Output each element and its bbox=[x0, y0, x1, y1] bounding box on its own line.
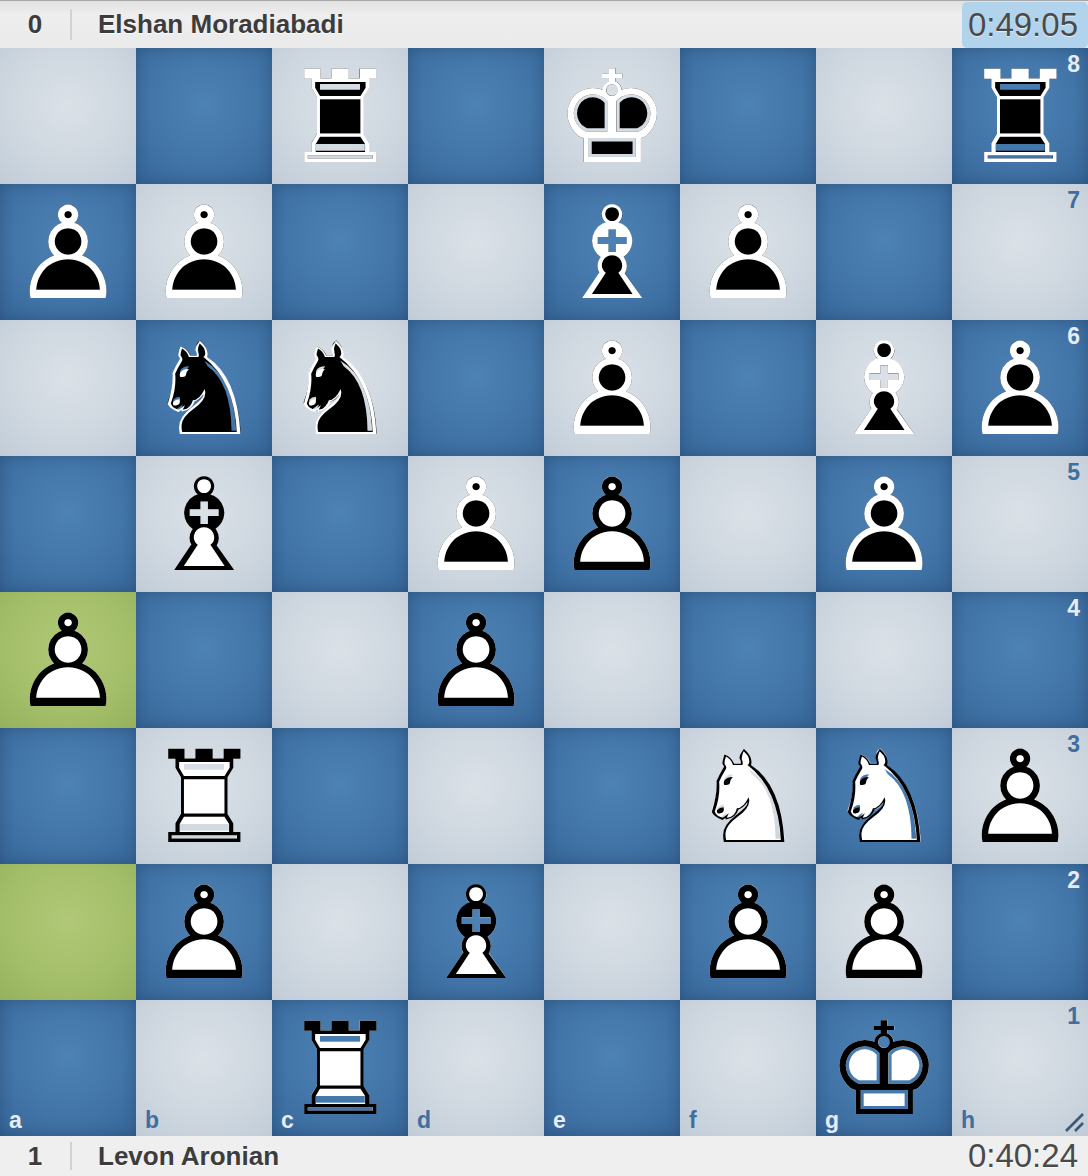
square-e7[interactable]: ♝♗ bbox=[544, 184, 680, 320]
square-b7[interactable]: ♟♙ bbox=[136, 184, 272, 320]
piece-glyph-outline: ♙ bbox=[0, 592, 136, 728]
square-g2[interactable]: ♟♙ bbox=[816, 864, 952, 1000]
file-label-e: e bbox=[553, 1107, 566, 1134]
square-f5[interactable] bbox=[680, 456, 816, 592]
piece-black-knight[interactable]: ♞♘ bbox=[272, 320, 408, 456]
piece-glyph-outline: ♙ bbox=[544, 320, 680, 456]
piece-glyph-outline: ♙ bbox=[816, 864, 952, 1000]
top-player-bar: 0 Elshan Moradiabadi 0:49:05 bbox=[0, 0, 1088, 48]
piece-black-pawn[interactable]: ♟♙ bbox=[408, 456, 544, 592]
piece-white-bishop[interactable]: ♝♗ bbox=[408, 864, 544, 1000]
piece-white-pawn[interactable]: ♟♙ bbox=[408, 592, 544, 728]
piece-glyph-outline: ♖ bbox=[136, 728, 272, 864]
square-g4[interactable] bbox=[816, 592, 952, 728]
piece-black-pawn[interactable]: ♟♙ bbox=[0, 184, 136, 320]
square-g6[interactable]: ♝♗ bbox=[816, 320, 952, 456]
bottom-player-clock: 0:40:24 bbox=[962, 1136, 1088, 1176]
square-d3[interactable] bbox=[408, 728, 544, 864]
rank-label-2: 2 bbox=[1067, 867, 1080, 894]
piece-glyph-outline: ♗ bbox=[816, 320, 952, 456]
piece-white-pawn[interactable]: ♟♙ bbox=[680, 864, 816, 1000]
piece-glyph-outline: ♔ bbox=[544, 48, 680, 184]
square-c1[interactable]: ♜♖c bbox=[272, 1000, 408, 1136]
chess-app-window: 0 Elshan Moradiabadi 0:49:05 ♜♖♚♔♜♖8♟♙♟♙… bbox=[0, 0, 1088, 1176]
file-label-b: b bbox=[145, 1107, 159, 1134]
piece-glyph-outline: ♖ bbox=[272, 48, 408, 184]
square-c5[interactable] bbox=[272, 456, 408, 592]
square-b1[interactable]: b bbox=[136, 1000, 272, 1136]
piece-glyph-outline: ♙ bbox=[816, 456, 952, 592]
square-b2[interactable]: ♟♙ bbox=[136, 864, 272, 1000]
piece-black-pawn[interactable]: ♟♙ bbox=[544, 320, 680, 456]
square-f1[interactable]: f bbox=[680, 1000, 816, 1136]
piece-glyph-outline: ♙ bbox=[680, 864, 816, 1000]
piece-black-pawn[interactable]: ♟♙ bbox=[680, 184, 816, 320]
square-a6[interactable] bbox=[0, 320, 136, 456]
rank-label-7: 7 bbox=[1067, 187, 1080, 214]
square-c6[interactable]: ♞♘ bbox=[272, 320, 408, 456]
square-e1[interactable]: e bbox=[544, 1000, 680, 1136]
square-c4[interactable] bbox=[272, 592, 408, 728]
chess-board: ♜♖♚♔♜♖8♟♙♟♙♝♗♟♙7♞♘♞♘♟♙♝♗♟♙6♝♗♟♙♟♙♟♙5♟♙♟♙… bbox=[0, 48, 1088, 1136]
top-player-score: 0 bbox=[0, 9, 70, 40]
bottom-player-bar: 1 Levon Aronian 0:40:24 bbox=[0, 1136, 1088, 1176]
square-f3[interactable]: ♞♘ bbox=[680, 728, 816, 864]
piece-white-rook[interactable]: ♜♖ bbox=[136, 728, 272, 864]
square-h5[interactable]: 5 bbox=[952, 456, 1088, 592]
square-b6[interactable]: ♞♘ bbox=[136, 320, 272, 456]
piece-white-bishop[interactable]: ♝♗ bbox=[136, 456, 272, 592]
piece-glyph-outline: ♗ bbox=[136, 456, 272, 592]
square-c3[interactable] bbox=[272, 728, 408, 864]
square-h4[interactable]: 4 bbox=[952, 592, 1088, 728]
piece-glyph-outline: ♘ bbox=[680, 728, 816, 864]
piece-white-knight[interactable]: ♞♘ bbox=[680, 728, 816, 864]
square-h2[interactable]: 2 bbox=[952, 864, 1088, 1000]
square-e3[interactable] bbox=[544, 728, 680, 864]
rank-label-3: 3 bbox=[1067, 731, 1080, 758]
square-g8[interactable] bbox=[816, 48, 952, 184]
rank-label-6: 6 bbox=[1067, 323, 1080, 350]
square-a1[interactable]: a bbox=[0, 1000, 136, 1136]
square-d4[interactable]: ♟♙ bbox=[408, 592, 544, 728]
piece-glyph-outline: ♙ bbox=[408, 592, 544, 728]
square-b8[interactable] bbox=[136, 48, 272, 184]
square-a5[interactable] bbox=[0, 456, 136, 592]
top-player-clock: 0:49:05 bbox=[962, 2, 1088, 48]
top-player-name: Elshan Moradiabadi bbox=[72, 9, 962, 40]
square-g7[interactable] bbox=[816, 184, 952, 320]
piece-white-pawn[interactable]: ♟♙ bbox=[816, 864, 952, 1000]
piece-white-knight[interactable]: ♞♘ bbox=[816, 728, 952, 864]
file-label-d: d bbox=[417, 1107, 431, 1134]
file-label-f: f bbox=[689, 1107, 697, 1134]
bottom-player-name: Levon Aronian bbox=[72, 1141, 962, 1172]
square-d7[interactable] bbox=[408, 184, 544, 320]
rank-label-4: 4 bbox=[1067, 595, 1080, 622]
square-g3[interactable]: ♞♘ bbox=[816, 728, 952, 864]
square-c2[interactable] bbox=[272, 864, 408, 1000]
square-b5[interactable]: ♝♗ bbox=[136, 456, 272, 592]
square-f2[interactable]: ♟♙ bbox=[680, 864, 816, 1000]
square-d1[interactable]: d bbox=[408, 1000, 544, 1136]
piece-glyph-outline: ♙ bbox=[408, 456, 544, 592]
square-d6[interactable] bbox=[408, 320, 544, 456]
piece-glyph-outline: ♘ bbox=[272, 320, 408, 456]
piece-glyph-outline: ♘ bbox=[816, 728, 952, 864]
square-c8[interactable]: ♜♖ bbox=[272, 48, 408, 184]
square-h8[interactable]: ♜♖8 bbox=[952, 48, 1088, 184]
square-a4[interactable]: ♟♙ bbox=[0, 592, 136, 728]
square-g5[interactable]: ♟♙ bbox=[816, 456, 952, 592]
piece-glyph-outline: ♙ bbox=[136, 184, 272, 320]
square-e8[interactable]: ♚♔ bbox=[544, 48, 680, 184]
square-h7[interactable]: 7 bbox=[952, 184, 1088, 320]
square-b4[interactable] bbox=[136, 592, 272, 728]
square-a8[interactable] bbox=[0, 48, 136, 184]
piece-glyph-outline: ♙ bbox=[544, 456, 680, 592]
square-f7[interactable]: ♟♙ bbox=[680, 184, 816, 320]
file-label-a: a bbox=[9, 1107, 22, 1134]
square-c7[interactable] bbox=[272, 184, 408, 320]
file-label-g: g bbox=[825, 1107, 839, 1134]
piece-black-pawn[interactable]: ♟♙ bbox=[816, 456, 952, 592]
square-e2[interactable] bbox=[544, 864, 680, 1000]
square-h6[interactable]: ♟♙6 bbox=[952, 320, 1088, 456]
square-f4[interactable] bbox=[680, 592, 816, 728]
file-label-c: c bbox=[281, 1107, 294, 1134]
resize-handle-icon[interactable] bbox=[1061, 1109, 1085, 1133]
piece-glyph-outline: ♙ bbox=[136, 864, 272, 1000]
piece-black-pawn[interactable]: ♟♙ bbox=[136, 184, 272, 320]
square-f8[interactable] bbox=[680, 48, 816, 184]
piece-black-knight[interactable]: ♞♘ bbox=[136, 320, 272, 456]
square-e6[interactable]: ♟♙ bbox=[544, 320, 680, 456]
rank-label-1: 1 bbox=[1067, 1003, 1080, 1030]
piece-white-pawn[interactable]: ♟♙ bbox=[136, 864, 272, 1000]
square-e4[interactable] bbox=[544, 592, 680, 728]
rank-label-5: 5 bbox=[1067, 459, 1080, 486]
square-d8[interactable] bbox=[408, 48, 544, 184]
square-a7[interactable]: ♟♙ bbox=[0, 184, 136, 320]
piece-black-bishop[interactable]: ♝♗ bbox=[816, 320, 952, 456]
piece-white-pawn[interactable]: ♟♙ bbox=[0, 592, 136, 728]
square-f6[interactable] bbox=[680, 320, 816, 456]
square-d5[interactable]: ♟♙ bbox=[408, 456, 544, 592]
piece-glyph-outline: ♙ bbox=[0, 184, 136, 320]
square-e5[interactable]: ♟♙ bbox=[544, 456, 680, 592]
square-a2[interactable] bbox=[0, 864, 136, 1000]
square-h3[interactable]: ♟♙3 bbox=[952, 728, 1088, 864]
square-b3[interactable]: ♜♖ bbox=[136, 728, 272, 864]
square-d2[interactable]: ♝♗ bbox=[408, 864, 544, 1000]
piece-black-bishop[interactable]: ♝♗ bbox=[544, 184, 680, 320]
piece-black-rook[interactable]: ♜♖ bbox=[272, 48, 408, 184]
square-g1[interactable]: ♚♔g bbox=[816, 1000, 952, 1136]
bottom-player-score: 1 bbox=[0, 1141, 70, 1172]
piece-glyph-outline: ♗ bbox=[544, 184, 680, 320]
piece-glyph-outline: ♙ bbox=[680, 184, 816, 320]
piece-black-king[interactable]: ♚♔ bbox=[544, 48, 680, 184]
square-a3[interactable] bbox=[0, 728, 136, 864]
rank-label-8: 8 bbox=[1067, 51, 1080, 78]
piece-glyph-outline: ♘ bbox=[136, 320, 272, 456]
piece-glyph-outline: ♗ bbox=[408, 864, 544, 1000]
piece-white-pawn[interactable]: ♟♙ bbox=[544, 456, 680, 592]
file-label-h: h bbox=[961, 1107, 975, 1134]
